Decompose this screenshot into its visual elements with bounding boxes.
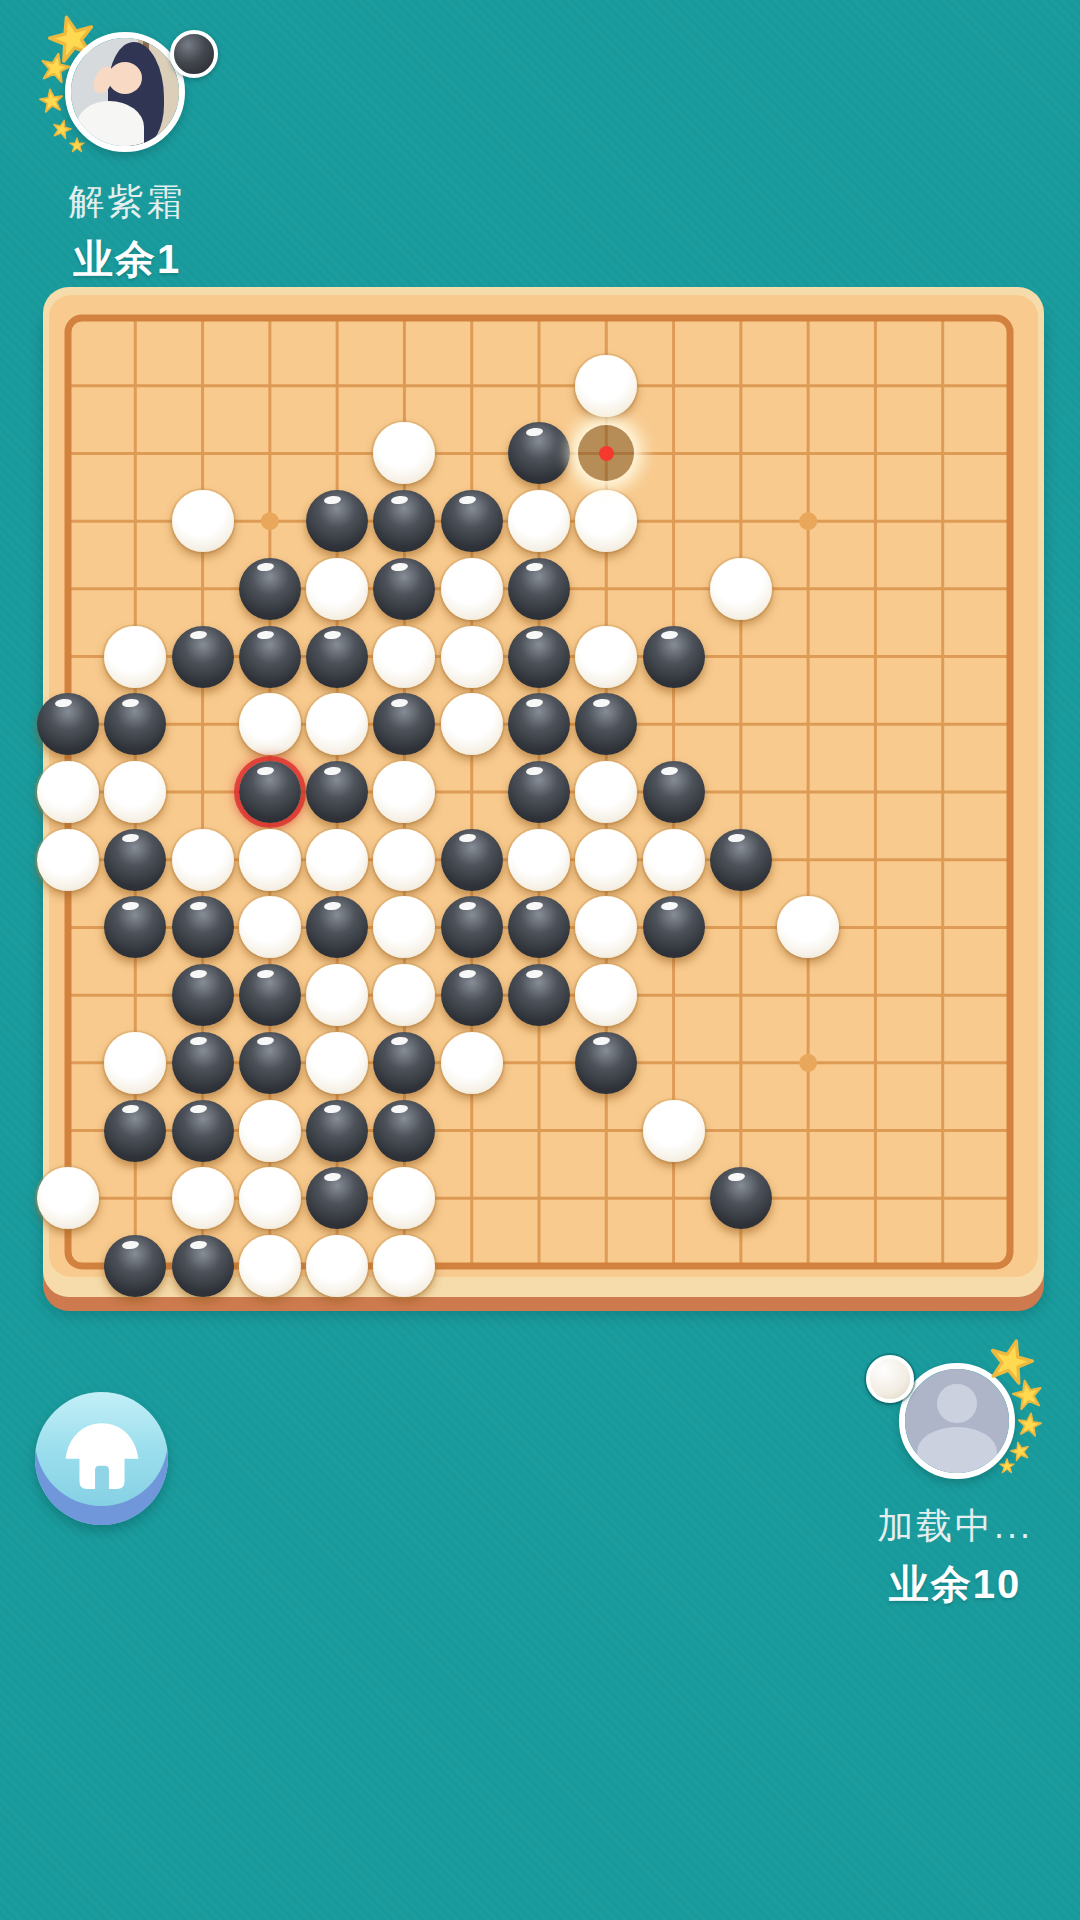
black-stone [508,761,570,823]
person-shoulders-icon [917,1427,996,1477]
black-stone [239,626,301,688]
black-stone [306,1100,368,1162]
white-stone [373,761,435,823]
star-icon [999,1458,1015,1474]
star-icon [37,86,65,114]
white-stone [710,558,772,620]
white-stone [104,761,166,823]
white-stone [172,829,234,891]
black-stone [643,626,705,688]
white-stone [508,829,570,891]
black-stone [104,829,166,891]
white-stone [172,1167,234,1229]
white-stone [306,1235,368,1297]
white-stone [306,558,368,620]
white-stone [239,693,301,755]
white-stone [508,490,570,552]
person-icon [937,1384,977,1424]
black-stone [373,693,435,755]
black-stone [239,558,301,620]
game-screen: 解紫霜 业余1 加载中... 业余10 [0,0,1080,1920]
home-icon [58,1418,146,1496]
white-stone [306,1032,368,1094]
black-stone [508,422,570,484]
top-player-level: 业余1 [7,232,247,287]
black-stone [172,896,234,958]
bottom-player-name: 加载中... [835,1502,1075,1551]
white-stone [306,964,368,1026]
white-stone [575,490,637,552]
black-stone [239,964,301,1026]
white-stone [239,896,301,958]
white-stone [37,761,99,823]
white-stone [575,964,637,1026]
black-stone [373,490,435,552]
black-stone [172,964,234,1026]
black-stone [508,558,570,620]
white-stone [643,829,705,891]
black-stone [575,1032,637,1094]
black-stone [508,896,570,958]
black-stone [104,1235,166,1297]
black-stone-red-ring [239,761,301,823]
white-stone [239,829,301,891]
black-stone [373,1032,435,1094]
white-stone [239,1100,301,1162]
black-stone [306,896,368,958]
avatar-shirt [77,101,144,151]
white-stone [373,422,435,484]
white-stone [37,829,99,891]
black-stone [441,490,503,552]
white-stone [441,1032,503,1094]
white-stone [575,626,637,688]
black-stone [306,1167,368,1229]
star-icon [69,137,85,153]
white-stone [575,355,637,417]
black-stone [172,1032,234,1094]
white-stone [373,964,435,1026]
last-move-marker [578,425,634,481]
black-stone [710,829,772,891]
white-stone [575,829,637,891]
white-stone [643,1100,705,1162]
white-stone [172,490,234,552]
white-stone [441,558,503,620]
black-stone [441,829,503,891]
go-board[interactable] [43,287,1044,1297]
white-stone [441,693,503,755]
black-stone [508,693,570,755]
black-stone [37,693,99,755]
black-stone [575,693,637,755]
white-stone [441,626,503,688]
white-stone [575,896,637,958]
black-stone [373,558,435,620]
black-stone-chip-icon [170,30,218,78]
top-player-avatar[interactable] [65,32,185,152]
white-stone [373,1235,435,1297]
black-stone [104,1100,166,1162]
white-stone-chip-icon [866,1355,914,1403]
black-stone [508,626,570,688]
black-stone [239,1032,301,1094]
black-stone [373,1100,435,1162]
white-stone [373,896,435,958]
black-stone [306,761,368,823]
black-stone [172,626,234,688]
star-icon [1009,1376,1046,1413]
black-stone [441,896,503,958]
black-stone [306,626,368,688]
black-stone [710,1167,772,1229]
white-stone [575,761,637,823]
white-stone [373,1167,435,1229]
white-stone [373,829,435,891]
black-stone [508,964,570,1026]
black-stone [306,490,368,552]
white-stone [104,1032,166,1094]
bottom-player-level: 业余10 [835,1557,1075,1612]
black-stone [643,896,705,958]
black-stone [104,896,166,958]
top-player-name: 解紫霜 [7,178,247,227]
black-stone [441,964,503,1026]
stones-layer [43,287,1044,1297]
white-stone [37,1167,99,1229]
white-stone [306,693,368,755]
white-stone [104,626,166,688]
white-stone [373,626,435,688]
home-button[interactable] [35,1392,168,1525]
black-stone [643,761,705,823]
star-icon [1015,1410,1043,1438]
white-stone [306,829,368,891]
black-stone [172,1100,234,1162]
black-stone [104,693,166,755]
white-stone [239,1167,301,1229]
white-stone [777,896,839,958]
white-stone [239,1235,301,1297]
black-stone [172,1235,234,1297]
